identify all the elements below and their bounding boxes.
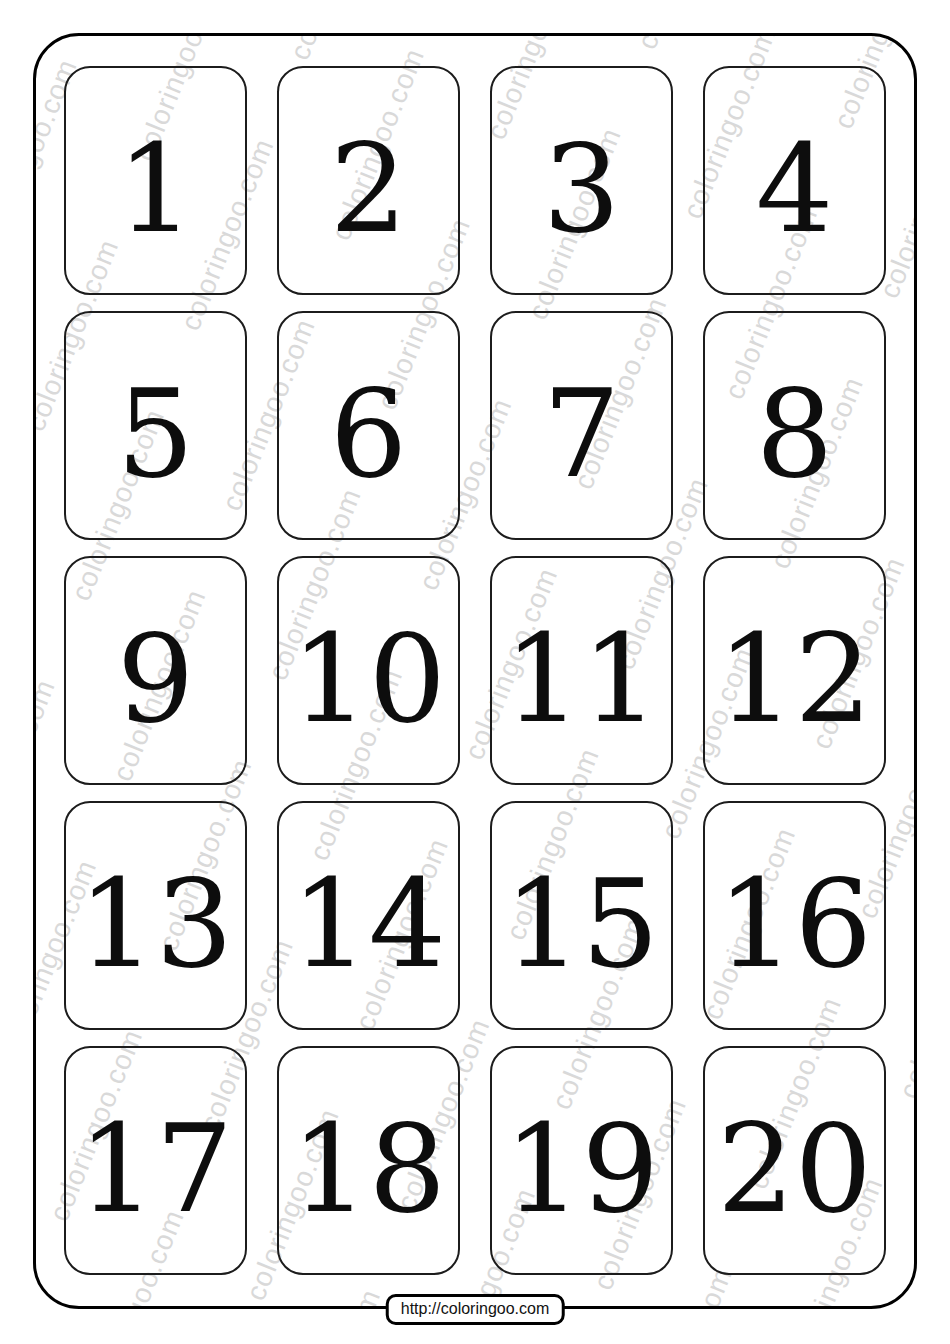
card-number: 9 [117,618,195,740]
card-number: 1 [117,128,195,250]
card-number: 16 [717,863,872,985]
flashcard-1: 1 [64,66,247,295]
card-number: 19 [504,1108,659,1230]
card-number: 7 [543,373,621,495]
flashcard-10: 10 [277,556,460,785]
flashcard-9: 9 [64,556,247,785]
footer-url-text: http://coloringoo.com [401,1300,550,1317]
card-number: 5 [117,373,195,495]
flashcard-8: 8 [703,311,886,540]
card-number: 10 [291,618,446,740]
flashcard-3: 3 [490,66,673,295]
worksheet-page: coloringoo.com coloringoo.com coloringoo… [0,0,950,1344]
footer-url-box: http://coloringoo.com [386,1294,565,1325]
card-number: 11 [504,618,659,740]
flashcard-7: 7 [490,311,673,540]
card-number: 6 [330,373,408,495]
card-number: 12 [717,618,872,740]
card-number: 14 [291,863,446,985]
card-number: 18 [291,1108,446,1230]
card-number: 2 [330,128,408,250]
flashcard-12: 12 [703,556,886,785]
flashcard-5: 5 [64,311,247,540]
card-number: 20 [717,1108,872,1230]
flashcard-grid: 1234567891011121314151617181920 [64,66,886,1275]
card-number: 15 [504,863,659,985]
card-number: 17 [78,1108,233,1230]
card-number: 8 [756,373,834,495]
flashcard-17: 17 [64,1046,247,1275]
card-number: 13 [78,863,233,985]
flashcard-6: 6 [277,311,460,540]
flashcard-16: 16 [703,801,886,1030]
flashcard-2: 2 [277,66,460,295]
flashcard-14: 14 [277,801,460,1030]
flashcard-11: 11 [490,556,673,785]
flashcard-15: 15 [490,801,673,1030]
card-number: 3 [543,128,621,250]
flashcard-4: 4 [703,66,886,295]
flashcard-19: 19 [490,1046,673,1275]
card-number: 4 [756,128,834,250]
flashcard-20: 20 [703,1046,886,1275]
outer-border-frame: coloringoo.com coloringoo.com coloringoo… [33,33,917,1309]
flashcard-18: 18 [277,1046,460,1275]
flashcard-13: 13 [64,801,247,1030]
